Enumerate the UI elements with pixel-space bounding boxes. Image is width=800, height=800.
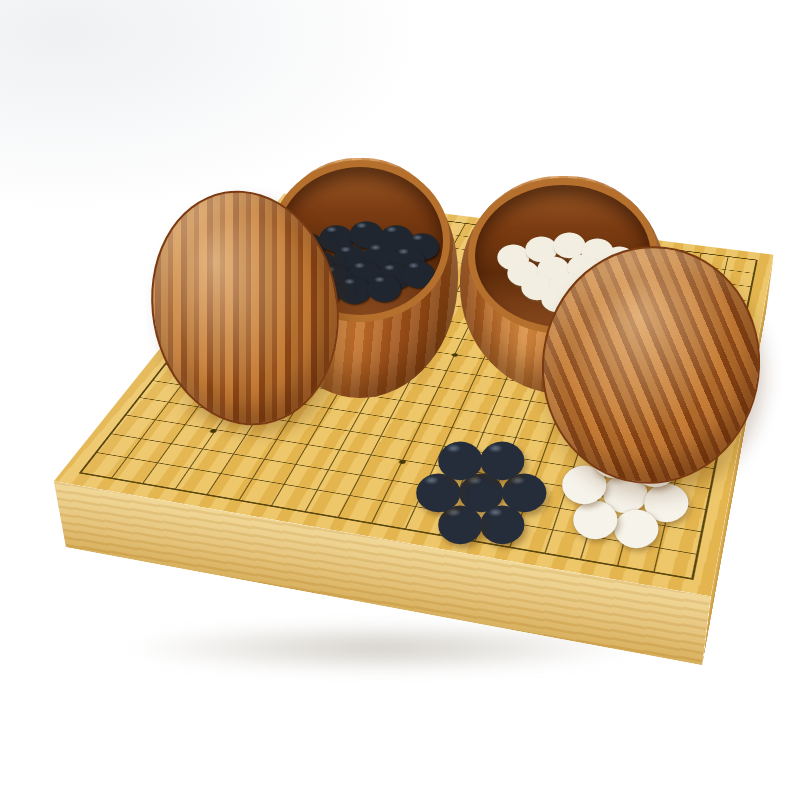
grid-cell	[660, 526, 701, 555]
grid-cell	[317, 470, 360, 496]
grid-cell	[221, 454, 265, 479]
grid-cell	[461, 392, 500, 414]
grid-cell	[361, 456, 403, 481]
grid-cell	[371, 437, 412, 461]
grid-cell	[297, 445, 340, 470]
grid-cell	[253, 459, 297, 484]
grid-cell	[339, 496, 383, 523]
grid-cell	[176, 468, 221, 494]
grid-cell	[381, 418, 422, 441]
grid-cell	[350, 413, 391, 436]
grid-cell	[391, 400, 431, 423]
grid-cell	[339, 432, 381, 456]
grid-cell	[113, 458, 159, 483]
grid-cell	[360, 396, 400, 418]
grid-cell	[234, 435, 277, 459]
black-stone: ●	[477, 438, 521, 476]
grid-cell	[112, 416, 156, 439]
grid-cell	[82, 453, 128, 478]
grid-cell	[422, 405, 462, 428]
grid-cell	[308, 427, 350, 451]
grid-cell	[329, 450, 371, 475]
black-stone: ●	[365, 272, 398, 298]
grid-cell	[208, 474, 253, 500]
grid-cell	[350, 475, 393, 501]
grid-cell	[285, 465, 329, 491]
grid-cell	[190, 449, 234, 474]
grid-cell	[306, 490, 350, 517]
grid-cell	[492, 397, 530, 419]
grid-cell	[128, 439, 173, 463]
grid-cell	[158, 444, 202, 469]
star-point	[398, 459, 406, 464]
grid-cell	[273, 485, 318, 512]
grid-cell	[97, 434, 142, 458]
grid-cell	[144, 463, 189, 488]
grid-cell	[265, 440, 308, 464]
black-stone: ●	[335, 274, 368, 300]
black-stone: ●	[435, 438, 479, 476]
grid-cell	[240, 479, 285, 505]
product-photo: ●●●●●●● ●●●●●●● ●●●●●●●●●●●●● ●●●●●●●●●●…	[0, 0, 800, 800]
grid-cell	[372, 501, 416, 528]
black-stone: ●	[399, 258, 432, 284]
